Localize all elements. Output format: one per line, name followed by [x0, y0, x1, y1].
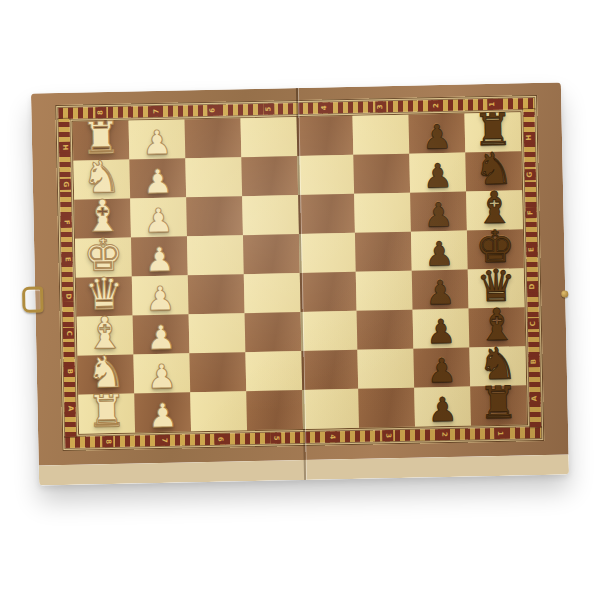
square-b1: ♞ — [469, 346, 526, 386]
file-label-b: B — [64, 365, 75, 376]
rank-label-8: 8 — [95, 107, 106, 118]
square-a3 — [358, 388, 415, 428]
square-e8: ♚ — [75, 238, 132, 278]
rank-label-3: 3 — [382, 430, 393, 441]
file-label-a: A — [64, 403, 75, 414]
file-label-d: D — [527, 281, 538, 292]
square-e2: ♟ — [411, 230, 468, 270]
rank-label-1: 1 — [487, 99, 498, 110]
white-king: ♚ — [83, 233, 123, 278]
black-rook: ♜ — [473, 108, 513, 153]
rank-label-7: 7 — [158, 435, 169, 446]
brass-hinge-pin-icon — [561, 291, 568, 298]
square-d6 — [188, 274, 245, 314]
square-d1: ♛ — [468, 268, 525, 308]
square-h1: ♜ — [464, 112, 521, 152]
white-pawn: ♟ — [147, 360, 177, 394]
square-c8: ♝ — [77, 316, 134, 356]
rank-label-6: 6 — [214, 434, 225, 445]
square-h2: ♟ — [408, 114, 465, 154]
square-f1: ♝ — [466, 190, 523, 230]
square-d4 — [300, 272, 357, 312]
file-label-f: F — [525, 207, 536, 218]
rank-label-4: 4 — [326, 431, 337, 442]
square-h4 — [297, 116, 354, 156]
square-a7: ♟ — [134, 392, 191, 432]
square-b6 — [189, 352, 246, 392]
black-pawn: ♟ — [427, 354, 457, 388]
square-h7: ♟ — [129, 119, 186, 159]
white-pawn: ♟ — [143, 165, 173, 199]
square-b3 — [357, 349, 414, 389]
square-e3 — [355, 232, 412, 272]
white-knight: ♞ — [86, 350, 126, 395]
rank-label-8: 8 — [102, 436, 113, 447]
photo-background: 87654321 87654321 HGFEDCBA HGFEDCBA ♜♟♟♜… — [0, 0, 600, 600]
wooden-frame: 87654321 87654321 HGFEDCBA HGFEDCBA ♜♟♟♜… — [31, 82, 569, 485]
white-pawn: ♟ — [148, 399, 178, 433]
square-c1: ♝ — [469, 307, 526, 347]
square-h8: ♜ — [73, 121, 130, 161]
file-label-c: C — [528, 318, 539, 329]
square-b4 — [301, 350, 358, 390]
file-label-g: G — [525, 169, 536, 180]
file-label-h: H — [59, 142, 70, 153]
file-label-e: E — [61, 254, 72, 265]
square-e1: ♚ — [467, 229, 524, 269]
file-label-h: H — [524, 132, 535, 143]
square-g4 — [297, 155, 354, 195]
white-queen: ♛ — [84, 272, 124, 317]
black-bishop: ♝ — [474, 186, 514, 231]
black-pawn: ♟ — [426, 315, 456, 349]
square-b7: ♟ — [133, 353, 190, 393]
square-d3 — [356, 271, 413, 311]
square-b5 — [245, 351, 302, 391]
square-c4 — [301, 311, 358, 351]
square-f6 — [186, 196, 243, 236]
rank-label-2: 2 — [438, 429, 449, 440]
white-knight: ♞ — [82, 155, 122, 200]
black-pawn: ♟ — [423, 159, 453, 193]
square-a4 — [302, 389, 359, 429]
square-c5 — [245, 312, 302, 352]
square-f4 — [298, 194, 355, 234]
black-rook: ♜ — [478, 380, 518, 425]
square-c6 — [189, 313, 246, 353]
white-rook: ♜ — [81, 116, 121, 161]
square-d5 — [244, 273, 301, 313]
file-label-g: G — [60, 179, 71, 190]
white-rook: ♜ — [86, 389, 126, 434]
square-d7: ♟ — [132, 275, 189, 315]
rank-label-1: 1 — [494, 428, 505, 439]
square-g8: ♞ — [73, 160, 130, 200]
square-b8: ♞ — [77, 355, 134, 395]
square-g7: ♟ — [129, 158, 186, 198]
rank-label-6: 6 — [207, 105, 218, 116]
chess-set: 87654321 87654321 HGFEDCBA HGFEDCBA ♜♟♟♜… — [31, 82, 569, 485]
square-a8: ♜ — [78, 393, 135, 433]
rank-label-4: 4 — [319, 102, 330, 113]
file-label-f: F — [61, 216, 72, 227]
square-h5 — [241, 117, 298, 157]
white-pawn: ♟ — [143, 204, 173, 238]
file-label-a: A — [529, 393, 540, 404]
brass-clasp-icon — [22, 287, 44, 313]
square-h6 — [185, 118, 242, 158]
square-g2: ♟ — [409, 153, 466, 193]
rank-label-2: 2 — [431, 100, 442, 111]
square-a1: ♜ — [470, 385, 527, 425]
black-pawn: ♟ — [422, 120, 452, 154]
square-a5 — [246, 390, 303, 430]
square-g1: ♞ — [465, 151, 522, 191]
white-pawn: ♟ — [142, 126, 172, 160]
black-knight: ♞ — [478, 341, 518, 386]
black-bishop: ♝ — [477, 302, 517, 347]
square-e5 — [243, 234, 300, 274]
square-f3 — [354, 193, 411, 233]
square-g6 — [185, 157, 242, 197]
square-f7: ♟ — [130, 197, 187, 237]
square-f8: ♝ — [74, 199, 131, 239]
square-h3 — [352, 115, 409, 155]
rank-label-3: 3 — [375, 101, 386, 112]
square-a2: ♟ — [414, 386, 471, 426]
black-queen: ♛ — [476, 263, 516, 308]
square-c2: ♟ — [413, 308, 470, 348]
rank-label-5: 5 — [263, 104, 274, 115]
square-d8: ♛ — [76, 277, 133, 317]
file-label-d: D — [62, 291, 73, 302]
square-g3 — [353, 154, 410, 194]
rank-label-5: 5 — [270, 432, 281, 443]
rank-label-7: 7 — [151, 106, 162, 117]
black-king: ♚ — [475, 224, 515, 269]
square-a6 — [190, 391, 247, 431]
white-pawn: ♟ — [144, 243, 174, 277]
square-e6 — [187, 235, 244, 275]
white-pawn: ♟ — [145, 282, 175, 316]
white-pawn: ♟ — [146, 321, 176, 355]
square-b2: ♟ — [413, 347, 470, 387]
square-g5 — [241, 156, 298, 196]
black-pawn: ♟ — [425, 276, 455, 310]
file-label-b: B — [529, 356, 540, 367]
black-pawn: ♟ — [424, 237, 454, 271]
file-label-e: E — [526, 244, 537, 255]
square-e4 — [299, 233, 356, 273]
black-knight: ♞ — [473, 147, 513, 192]
black-pawn: ♟ — [428, 393, 458, 427]
white-bishop: ♝ — [85, 311, 125, 356]
file-label-c: C — [63, 328, 74, 339]
black-pawn: ♟ — [423, 198, 453, 232]
square-f2: ♟ — [410, 192, 467, 232]
square-d2: ♟ — [412, 269, 469, 309]
white-bishop: ♝ — [82, 194, 122, 239]
square-e7: ♟ — [131, 236, 188, 276]
square-c3 — [357, 310, 414, 350]
square-c7: ♟ — [133, 314, 190, 354]
square-f5 — [242, 195, 299, 235]
